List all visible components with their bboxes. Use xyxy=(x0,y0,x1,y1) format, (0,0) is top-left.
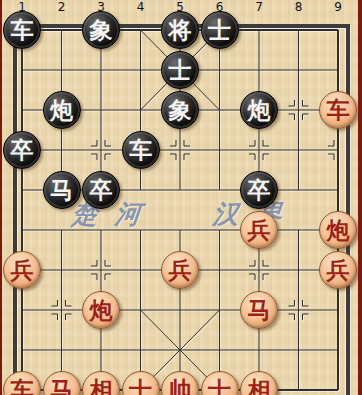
piece-red-cannon[interactable]: 炮 xyxy=(319,211,357,249)
piece-glyph: 士 xyxy=(208,19,231,42)
piece-black-advisor[interactable]: 士 xyxy=(161,51,199,89)
piece-glyph: 象 xyxy=(90,19,113,42)
piece-black-chariot[interactable]: 车 xyxy=(122,131,160,169)
piece-glyph: 象 xyxy=(169,99,192,122)
piece-black-advisor[interactable]: 士 xyxy=(201,11,239,49)
piece-glyph: 士 xyxy=(169,59,192,82)
piece-glyph: 相 xyxy=(248,379,271,395)
piece-glyph: 兵 xyxy=(11,259,34,282)
piece-red-horse[interactable]: 马 xyxy=(240,291,278,329)
piece-glyph: 炮 xyxy=(50,99,73,122)
piece-glyph: 兵 xyxy=(248,219,271,242)
piece-red-elephant[interactable]: 相 xyxy=(240,371,278,395)
piece-black-cannon[interactable]: 炮 xyxy=(43,91,81,129)
piece-red-elephant[interactable]: 相 xyxy=(82,371,120,395)
piece-black-horse[interactable]: 马 xyxy=(43,171,81,209)
piece-glyph: 马 xyxy=(248,299,271,322)
piece-red-soldier[interactable]: 兵 xyxy=(161,251,199,289)
piece-glyph: 士 xyxy=(129,379,152,395)
piece-red-general[interactable]: 帅 xyxy=(161,371,199,395)
piece-glyph: 车 xyxy=(327,99,350,122)
piece-black-soldier[interactable]: 卒 xyxy=(240,171,278,209)
piece-red-soldier[interactable]: 兵 xyxy=(3,251,41,289)
piece-glyph: 卒 xyxy=(11,139,34,162)
piece-red-chariot[interactable]: 车 xyxy=(3,371,41,395)
piece-glyph: 帅 xyxy=(169,379,192,395)
piece-glyph: 炮 xyxy=(248,99,271,122)
piece-glyph: 卒 xyxy=(248,179,271,202)
piece-glyph: 兵 xyxy=(169,259,192,282)
piece-glyph: 相 xyxy=(90,379,113,395)
piece-black-chariot[interactable]: 车 xyxy=(3,11,41,49)
piece-red-chariot[interactable]: 车 xyxy=(319,91,357,129)
piece-black-cannon[interactable]: 炮 xyxy=(240,91,278,129)
piece-black-soldier[interactable]: 卒 xyxy=(82,171,120,209)
piece-black-general[interactable]: 将 xyxy=(161,11,199,49)
piece-glyph: 马 xyxy=(50,179,73,202)
piece-black-elephant[interactable]: 象 xyxy=(82,11,120,49)
piece-black-elephant[interactable]: 象 xyxy=(161,91,199,129)
piece-glyph: 炮 xyxy=(90,299,113,322)
window-frame-right xyxy=(358,0,362,395)
piece-red-soldier[interactable]: 兵 xyxy=(319,251,357,289)
window-frame-left xyxy=(0,0,2,395)
piece-red-soldier[interactable]: 兵 xyxy=(240,211,278,249)
piece-red-horse[interactable]: 马 xyxy=(43,371,81,395)
piece-red-advisor[interactable]: 士 xyxy=(201,371,239,395)
piece-glyph: 马 xyxy=(50,379,73,395)
piece-red-advisor[interactable]: 士 xyxy=(122,371,160,395)
piece-red-cannon[interactable]: 炮 xyxy=(82,291,120,329)
piece-glyph: 将 xyxy=(169,19,192,42)
xiangqi-app-window: 123456789 楚河 汉界 车象将士士炮象炮车卒车马卒卒兵炮兵兵兵炮马车马相… xyxy=(0,0,362,395)
xiangqi-board: 车象将士士炮象炮车卒车马卒卒兵炮兵兵兵炮马车马相士帅士相 xyxy=(2,10,358,395)
piece-glyph: 卒 xyxy=(90,179,113,202)
piece-glyph: 士 xyxy=(208,379,231,395)
piece-glyph: 炮 xyxy=(327,219,350,242)
piece-black-soldier[interactable]: 卒 xyxy=(3,131,41,169)
piece-glyph: 车 xyxy=(11,19,34,42)
piece-glyph: 兵 xyxy=(327,259,350,282)
piece-glyph: 车 xyxy=(129,139,152,162)
piece-glyph: 车 xyxy=(11,379,34,395)
